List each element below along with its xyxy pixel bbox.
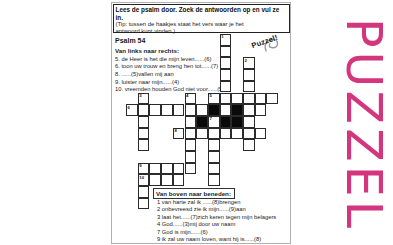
grid-cell[interactable] bbox=[231, 93, 243, 105]
grid-cell[interactable] bbox=[231, 128, 243, 140]
grid-cell[interactable] bbox=[185, 104, 197, 116]
black-cell bbox=[220, 116, 232, 128]
grid-cell[interactable]: 6 bbox=[126, 104, 138, 116]
grid-cell[interactable] bbox=[196, 128, 208, 140]
grid-cell[interactable] bbox=[243, 81, 255, 93]
instruction-line: Lees de psalm door. Zoek de antwoorden o… bbox=[116, 6, 287, 21]
grid-cell[interactable] bbox=[185, 151, 197, 163]
down-clue-list: 1 van harte zal ik ......(8)brengen 2 on… bbox=[157, 199, 276, 244]
clue-number: 1 bbox=[221, 34, 223, 39]
grid-cell[interactable] bbox=[220, 69, 232, 81]
grid-cell[interactable] bbox=[185, 116, 197, 128]
down-clue: 9 ik zal uw naam loven, want hij is.....… bbox=[157, 236, 276, 244]
grid-cell[interactable]: 4 bbox=[185, 93, 197, 105]
grid-cell[interactable]: 9 bbox=[138, 163, 150, 175]
grid-cell[interactable] bbox=[185, 139, 197, 151]
grid-cell[interactable] bbox=[255, 104, 267, 116]
grid-cell[interactable] bbox=[185, 163, 197, 175]
grid-cell[interactable] bbox=[138, 116, 150, 128]
black-cell bbox=[231, 104, 243, 116]
grid-cell[interactable] bbox=[173, 174, 185, 186]
grid-cell[interactable] bbox=[220, 93, 232, 105]
grid-cell[interactable]: 5 bbox=[208, 93, 220, 105]
grid-cell[interactable] bbox=[255, 93, 267, 105]
grid-cell[interactable] bbox=[255, 128, 267, 140]
clue-number: 6 bbox=[128, 105, 130, 110]
grid-cell[interactable] bbox=[220, 128, 232, 140]
puzzel-badge: Puzzel! bbox=[249, 30, 295, 56]
grid-cell[interactable] bbox=[173, 104, 185, 116]
down-clue: 4 God......(3)mij door uw naam bbox=[157, 221, 276, 229]
instruction-tip: (Tip: tussen de haakjes staat het vers w… bbox=[116, 21, 266, 35]
grid-cell[interactable] bbox=[220, 104, 232, 116]
grid-cell[interactable] bbox=[243, 93, 255, 105]
crossword-grid: 12345678910 bbox=[126, 34, 279, 210]
grid-cell[interactable] bbox=[243, 104, 255, 116]
grid-cell[interactable]: 1 bbox=[220, 34, 232, 46]
grid-cell[interactable] bbox=[138, 186, 150, 198]
grid-cell[interactable] bbox=[161, 174, 173, 186]
grid-cell[interactable]: 3 bbox=[138, 93, 150, 105]
down-clue: 1 van harte zal ik ......(8)brengen bbox=[157, 199, 276, 207]
grid-cell[interactable] bbox=[266, 93, 278, 105]
grid-cell[interactable] bbox=[208, 128, 220, 140]
down-header: Van boven naar beneden: bbox=[153, 188, 235, 199]
clue-number: 2 bbox=[245, 58, 247, 63]
black-cell bbox=[196, 116, 208, 128]
grid-cell[interactable] bbox=[185, 128, 197, 140]
grid-cell[interactable] bbox=[243, 139, 255, 151]
grid-cell[interactable] bbox=[220, 57, 232, 69]
instruction-box: Lees de psalm door. Zoek de antwoorden o… bbox=[113, 4, 290, 34]
grid-cell[interactable]: 7 bbox=[208, 116, 220, 128]
clue-number: 5 bbox=[209, 93, 211, 98]
grid-cell[interactable] bbox=[243, 116, 255, 128]
clue-number: 4 bbox=[186, 93, 188, 98]
black-cell bbox=[231, 116, 243, 128]
grid-cell[interactable] bbox=[220, 46, 232, 58]
grid-cell[interactable] bbox=[138, 104, 150, 116]
worksheet-page: Lees de psalm door. Zoek de antwoorden o… bbox=[111, 2, 291, 244]
grid-cell[interactable]: 10 bbox=[138, 174, 150, 186]
grid-cell[interactable] bbox=[220, 81, 232, 93]
down-clue: 3 laat het......(7)zich keren tegen mijn… bbox=[157, 214, 276, 222]
clue-number: 8 bbox=[174, 128, 176, 133]
grid-cell[interactable] bbox=[243, 128, 255, 140]
down-clue: 2 onbevreesd zie ik mijn......(9)aan bbox=[157, 206, 276, 214]
grid-cell[interactable] bbox=[149, 174, 161, 186]
black-cell bbox=[208, 104, 220, 116]
clue-number: 9 bbox=[139, 163, 141, 168]
grid-cell[interactable] bbox=[149, 104, 161, 116]
grid-cell[interactable] bbox=[149, 163, 161, 175]
grid-cell[interactable]: 8 bbox=[173, 128, 185, 140]
grid-cell[interactable] bbox=[138, 198, 150, 210]
clue-number: 7 bbox=[209, 116, 211, 121]
grid-cell[interactable] bbox=[138, 139, 150, 151]
grid-cell[interactable] bbox=[161, 104, 173, 116]
grid-cell[interactable] bbox=[138, 128, 150, 140]
grid-cell[interactable] bbox=[208, 151, 220, 163]
grid-cell[interactable] bbox=[208, 174, 220, 186]
grid-cell[interactable]: 2 bbox=[243, 57, 255, 69]
clue-number: 10 bbox=[139, 175, 144, 180]
grid-cell[interactable] bbox=[243, 69, 255, 81]
grid-cell[interactable] bbox=[208, 163, 220, 175]
clue-number: 3 bbox=[139, 93, 141, 98]
sidebar-puzzel-title: PUZZEL bbox=[335, 10, 391, 240]
grid-cell[interactable] bbox=[196, 104, 208, 116]
grid-cell[interactable] bbox=[161, 163, 173, 175]
grid-cell[interactable] bbox=[173, 163, 185, 175]
grid-cell[interactable] bbox=[208, 139, 220, 151]
down-clue: 7 God is mijn......(6) bbox=[157, 229, 276, 237]
